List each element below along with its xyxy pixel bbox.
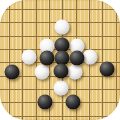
grid-line-horizontal — [0, 102, 120, 103]
white-stone[interactable] — [83, 49, 98, 64]
black-stone[interactable] — [37, 95, 52, 110]
black-stone[interactable] — [66, 95, 81, 110]
white-stone[interactable] — [53, 80, 68, 95]
white-stone[interactable] — [35, 64, 50, 79]
black-stone[interactable] — [99, 61, 114, 76]
grid-line-vertical — [116, 0, 117, 120]
black-stone[interactable] — [39, 51, 54, 66]
black-stone[interactable] — [54, 63, 69, 78]
app-icon-frame — [0, 0, 120, 120]
grid-line-horizontal — [0, 116, 120, 117]
go-board[interactable] — [0, 0, 120, 120]
black-stone[interactable] — [69, 50, 84, 65]
white-stone[interactable] — [54, 19, 69, 34]
white-stone[interactable] — [68, 64, 83, 79]
black-stone[interactable] — [5, 64, 20, 79]
white-stone[interactable] — [21, 50, 36, 65]
